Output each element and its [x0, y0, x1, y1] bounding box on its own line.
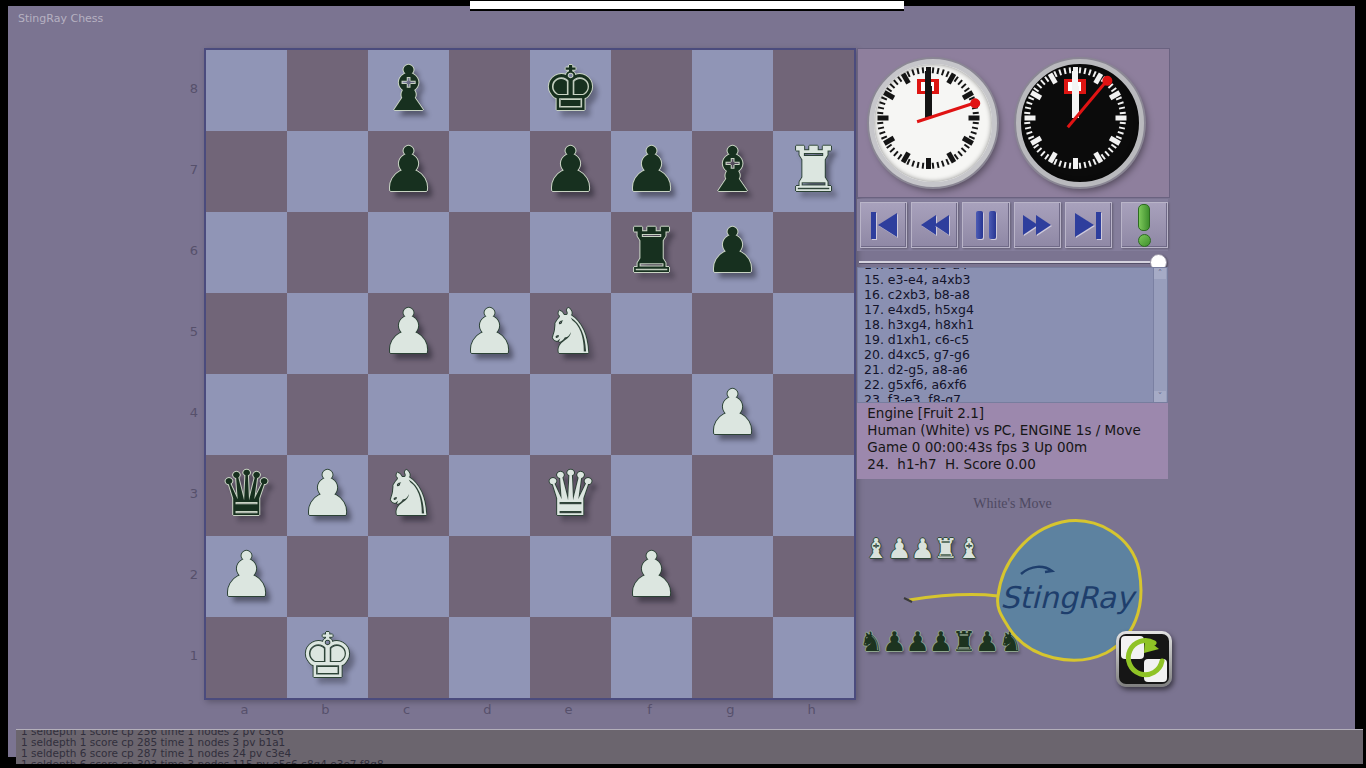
square-b7[interactable]	[287, 131, 368, 212]
pause-icon	[976, 211, 983, 239]
black-clock-face	[1021, 64, 1129, 172]
white-pawn[interactable]: ♟	[449, 293, 530, 374]
white-clock-face	[874, 64, 982, 172]
skip-to-start-icon	[871, 212, 876, 239]
square-e5[interactable]: ♞	[530, 293, 611, 374]
engine-console: 1 seldepth 1 score cp 256 time 1 nodes 2…	[16, 729, 1363, 764]
black-rook[interactable]: ♜	[611, 212, 692, 293]
move-row[interactable]: 21. d2-g5, a8-a6	[864, 362, 1167, 377]
status-line: Human (White) vs PC, ENGINE 1s / Move	[863, 422, 1168, 439]
square-h1[interactable]	[773, 617, 854, 698]
rank-label: 6	[176, 210, 198, 291]
file-label: d	[447, 702, 528, 724]
slider-track	[859, 261, 1165, 263]
square-c3[interactable]: ♞	[368, 455, 449, 536]
square-h7[interactable]: ♜	[773, 131, 854, 212]
square-h4[interactable]	[773, 374, 854, 455]
captured-white-piece: ♝	[864, 533, 887, 564]
square-b2[interactable]	[287, 536, 368, 617]
captured-black-piece: ♞	[859, 626, 882, 657]
square-c7[interactable]: ♟	[368, 131, 449, 212]
square-d3[interactable]	[449, 455, 530, 536]
black-clock	[1016, 59, 1144, 187]
file-labels: abcdefgh	[204, 702, 852, 724]
rank-label: 4	[176, 372, 198, 453]
square-e1[interactable]	[530, 617, 611, 698]
engine-status-box: Engine [Fruit 2.1] Human (White) vs PC, …	[857, 403, 1168, 479]
square-e2[interactable]	[530, 536, 611, 617]
move-row[interactable]: 19. d1xh1, c6-c5	[864, 332, 1167, 347]
top-white-bar	[470, 1, 904, 11]
square-h6[interactable]	[773, 212, 854, 293]
square-c1[interactable]	[368, 617, 449, 698]
scroll-up-icon[interactable]: ˄	[1154, 268, 1166, 279]
square-d7[interactable]	[449, 131, 530, 212]
square-e3[interactable]: ♛	[530, 455, 611, 536]
clock-panel	[857, 48, 1170, 198]
square-h2[interactable]	[773, 536, 854, 617]
white-rook[interactable]: ♜	[773, 131, 854, 212]
move-row[interactable]: 18. h3xg4, h8xh1	[864, 317, 1167, 332]
file-label: f	[609, 702, 690, 724]
square-f8[interactable]	[611, 50, 692, 131]
square-c2[interactable]	[368, 536, 449, 617]
file-label: e	[528, 702, 609, 724]
square-b6[interactable]	[287, 212, 368, 293]
square-a3[interactable]: ♛	[206, 455, 287, 536]
square-c6[interactable]	[368, 212, 449, 293]
square-a5[interactable]	[206, 293, 287, 374]
square-a2[interactable]: ♟	[206, 536, 287, 617]
skip-to-start-button[interactable]	[860, 202, 907, 248]
black-minute-hand	[1072, 71, 1078, 118]
move-list[interactable]: 14. b2-b3, a5-a415. e3-e4, a4xb316. c2xb…	[857, 267, 1168, 403]
move-row[interactable]: 23. f3-e3, f8-g7	[864, 392, 1167, 403]
status-line: Engine [Fruit 2.1]	[863, 405, 1168, 422]
move-list-scrollbar[interactable]: ˄ ˅	[1153, 268, 1167, 402]
square-a4[interactable]	[206, 374, 287, 455]
rewind-button[interactable]	[911, 202, 958, 248]
black-pawn[interactable]: ♟	[368, 131, 449, 212]
square-a8[interactable]	[206, 50, 287, 131]
square-d8[interactable]	[449, 50, 530, 131]
rank-label: 5	[176, 291, 198, 372]
square-a6[interactable]	[206, 212, 287, 293]
white-pawn[interactable]: ♟	[206, 536, 287, 617]
move-row[interactable]: 16. c2xb3, b8-a8	[864, 287, 1167, 302]
square-e8[interactable]: ♚	[530, 50, 611, 131]
square-h3[interactable]	[773, 455, 854, 536]
app-window: StingRay Chess ♝♚♟♟♟♝♜♜♟♟♟♞♟♛♟♞♛♟♟♚ 8765…	[8, 6, 1355, 757]
black-king[interactable]: ♚	[530, 50, 611, 131]
square-g2[interactable]	[692, 536, 773, 617]
file-label: c	[366, 702, 447, 724]
square-a7[interactable]	[206, 131, 287, 212]
rank-label: 7	[176, 129, 198, 210]
square-c5[interactable]: ♟	[368, 293, 449, 374]
move-row[interactable]: 15. e3-e4, a4xb3	[864, 272, 1167, 287]
white-pawn[interactable]: ♟	[287, 455, 368, 536]
board: ♝♚♟♟♟♝♜♜♟♟♟♞♟♛♟♞♛♟♟♚	[204, 48, 856, 700]
file-label: g	[690, 702, 771, 724]
white-queen[interactable]: ♛	[530, 455, 611, 536]
engine-console-line: 1 seldepth 6 score cp 303 time 3 nodes 1…	[21, 759, 1363, 764]
move-now-button[interactable]	[1121, 202, 1168, 248]
white-pawn[interactable]: ♟	[368, 293, 449, 374]
square-g1[interactable]	[692, 617, 773, 698]
file-label: b	[285, 702, 366, 724]
white-knight[interactable]: ♞	[530, 293, 611, 374]
move-row[interactable]: 17. e4xd5, h5xg4	[864, 302, 1167, 317]
rank-label: 8	[176, 48, 198, 129]
square-g8[interactable]	[692, 50, 773, 131]
square-g3[interactable]	[692, 455, 773, 536]
move-row[interactable]: 22. g5xf6, a6xf6	[864, 377, 1167, 392]
black-pawn[interactable]: ♟	[692, 212, 773, 293]
rank-label: 1	[176, 615, 198, 696]
black-bishop[interactable]: ♝	[368, 50, 449, 131]
square-e7[interactable]: ♟	[530, 131, 611, 212]
stingray-tail	[909, 595, 998, 600]
square-h5[interactable]	[773, 293, 854, 374]
square-d4[interactable]	[449, 374, 530, 455]
screen: StingRay Chess ♝♚♟♟♟♝♜♜♟♟♟♞♟♛♟♞♛♟♟♚ 8765…	[0, 0, 1366, 768]
square-f7[interactable]: ♟	[611, 131, 692, 212]
fast-forward-button[interactable]	[1014, 202, 1061, 248]
square-c4[interactable]	[368, 374, 449, 455]
exclamation-icon	[1138, 204, 1150, 231]
square-e6[interactable]	[530, 212, 611, 293]
black-pawn[interactable]: ♟	[611, 131, 692, 212]
square-g5[interactable]	[692, 293, 773, 374]
square-d2[interactable]	[449, 536, 530, 617]
rank-labels: 87654321	[176, 48, 198, 696]
move-row[interactable]: 20. d4xc5, g7-g6	[864, 347, 1167, 362]
square-g6[interactable]: ♟	[692, 212, 773, 293]
white-knight[interactable]: ♞	[368, 455, 449, 536]
square-f3[interactable]	[611, 455, 692, 536]
skip-to-end-button[interactable]	[1065, 202, 1112, 248]
status-line: Game 0 00:00:43s fps 3 Up 00m	[863, 439, 1168, 456]
square-a1[interactable]	[206, 617, 287, 698]
square-f4[interactable]	[611, 374, 692, 455]
white-pawn[interactable]: ♟	[692, 374, 773, 455]
transport-toolbar	[857, 199, 1168, 251]
status-line: 24. h1-h7 H. Score 0.00	[863, 456, 1168, 473]
square-d5[interactable]: ♟	[449, 293, 530, 374]
square-b4[interactable]	[287, 374, 368, 455]
square-h8[interactable]	[773, 50, 854, 131]
white-clock	[869, 59, 997, 187]
square-b8[interactable]	[287, 50, 368, 131]
square-e4[interactable]	[530, 374, 611, 455]
skip-to-end-icon	[1075, 213, 1094, 237]
rank-label: 3	[176, 453, 198, 534]
square-f1[interactable]	[611, 617, 692, 698]
flip-board-button[interactable]	[1116, 631, 1172, 687]
square-d6[interactable]	[449, 212, 530, 293]
square-g7[interactable]: ♝	[692, 131, 773, 212]
pause-button[interactable]	[962, 202, 1009, 248]
square-f2[interactable]: ♟	[611, 536, 692, 617]
black-pawn[interactable]: ♟	[530, 131, 611, 212]
square-f6[interactable]: ♜	[611, 212, 692, 293]
square-d1[interactable]	[449, 617, 530, 698]
scroll-down-icon[interactable]: ˅	[1154, 391, 1166, 402]
square-b3[interactable]: ♟	[287, 455, 368, 536]
white-pawn[interactable]: ♟	[611, 536, 692, 617]
rank-label: 2	[176, 534, 198, 615]
logo-text: StingRay	[1000, 580, 1137, 615]
square-b1[interactable]: ♚	[287, 617, 368, 698]
file-label: a	[204, 702, 285, 724]
black-queen[interactable]: ♛	[206, 455, 287, 536]
square-b5[interactable]	[287, 293, 368, 374]
square-g4[interactable]: ♟	[692, 374, 773, 455]
square-c8[interactable]: ♝	[368, 50, 449, 131]
white-king[interactable]: ♚	[287, 617, 368, 698]
white-minute-hand	[925, 71, 931, 118]
black-bishop[interactable]: ♝	[692, 131, 773, 212]
rotate-arrow-icon	[1117, 631, 1171, 685]
app-title: StingRay Chess	[18, 12, 103, 25]
square-f5[interactable]	[611, 293, 692, 374]
file-label: h	[771, 702, 852, 724]
